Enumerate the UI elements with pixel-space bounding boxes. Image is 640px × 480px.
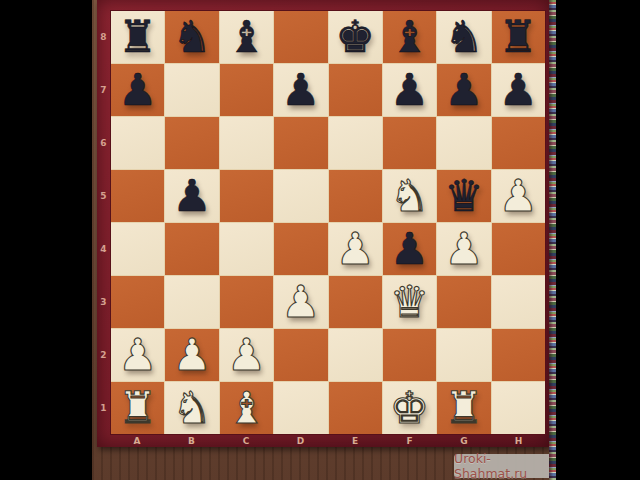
square-f8: ♝ — [383, 11, 436, 63]
square-h1 — [492, 382, 545, 434]
square-h3 — [492, 276, 545, 328]
square-a7: ♟ — [111, 64, 164, 116]
file-label-a: A — [110, 435, 165, 447]
square-d4 — [274, 223, 327, 275]
piece-white-king: ♚ — [390, 386, 429, 430]
piece-black-pawn: ♟ — [390, 68, 429, 112]
square-g6 — [437, 117, 490, 169]
square-g5: ♛ — [437, 170, 490, 222]
square-f3: ♛ — [383, 276, 436, 328]
rank-label-7: 7 — [97, 63, 110, 116]
piece-black-pawn: ♟ — [281, 68, 320, 112]
square-b3 — [165, 276, 218, 328]
watermark: Uroki-Shahmat.ru — [454, 454, 556, 478]
square-d2 — [274, 329, 327, 381]
square-d3: ♟ — [274, 276, 327, 328]
file-label-e: E — [328, 435, 383, 447]
square-f1: ♚ — [383, 382, 436, 434]
square-h8: ♜ — [492, 11, 545, 63]
square-h7: ♟ — [492, 64, 545, 116]
square-c4 — [220, 223, 273, 275]
file-label-b: B — [165, 435, 220, 447]
square-g7: ♟ — [437, 64, 490, 116]
piece-black-pawn: ♟ — [444, 68, 483, 112]
piece-black-pawn: ♟ — [172, 174, 211, 218]
piece-white-knight: ♞ — [390, 174, 429, 218]
square-c8: ♝ — [220, 11, 273, 63]
square-b6 — [165, 117, 218, 169]
square-d6 — [274, 117, 327, 169]
square-e6 — [329, 117, 382, 169]
letterbox-left — [0, 0, 92, 480]
square-a2: ♟ — [111, 329, 164, 381]
square-d7: ♟ — [274, 64, 327, 116]
square-d1 — [274, 382, 327, 434]
letterbox-right — [556, 0, 640, 480]
square-c5 — [220, 170, 273, 222]
square-b7 — [165, 64, 218, 116]
file-label-g: G — [437, 435, 492, 447]
square-h4 — [492, 223, 545, 275]
piece-white-knight: ♞ — [172, 386, 211, 430]
square-c3 — [220, 276, 273, 328]
piece-black-bishop: ♝ — [390, 15, 429, 59]
rank-label-1: 1 — [97, 382, 110, 435]
square-b2: ♟ — [165, 329, 218, 381]
piece-black-queen: ♛ — [444, 174, 483, 218]
square-g2 — [437, 329, 490, 381]
square-f2 — [383, 329, 436, 381]
piece-white-pawn: ♟ — [172, 333, 211, 377]
square-e5 — [329, 170, 382, 222]
square-b4 — [165, 223, 218, 275]
square-e8: ♚ — [329, 11, 382, 63]
square-c7 — [220, 64, 273, 116]
video-noise-strip — [549, 0, 556, 480]
chess-scene: 87654321 ♜♞♝♚♝♞♜♟♟♟♟♟♟♞♛♟♟♟♟♟♛♟♟♟♜♞♝♚♜ A… — [92, 0, 556, 480]
piece-white-rook: ♜ — [118, 386, 157, 430]
piece-white-pawn: ♟ — [335, 227, 374, 271]
piece-white-pawn: ♟ — [499, 174, 538, 218]
piece-black-knight: ♞ — [172, 15, 211, 59]
rank-label-6: 6 — [97, 116, 110, 169]
square-c2: ♟ — [220, 329, 273, 381]
piece-black-rook: ♜ — [118, 15, 157, 59]
square-g1: ♜ — [437, 382, 490, 434]
square-e7 — [329, 64, 382, 116]
piece-black-rook: ♜ — [499, 15, 538, 59]
square-d5 — [274, 170, 327, 222]
square-h2 — [492, 329, 545, 381]
rank-label-2: 2 — [97, 329, 110, 382]
square-a5 — [111, 170, 164, 222]
square-h6 — [492, 117, 545, 169]
file-label-f: F — [383, 435, 438, 447]
piece-black-pawn: ♟ — [118, 68, 157, 112]
square-d8 — [274, 11, 327, 63]
piece-black-knight: ♞ — [444, 15, 483, 59]
square-c1: ♝ — [220, 382, 273, 434]
piece-black-king: ♚ — [335, 15, 374, 59]
square-b5: ♟ — [165, 170, 218, 222]
square-h5: ♟ — [492, 170, 545, 222]
video-frame: 87654321 ♜♞♝♚♝♞♜♟♟♟♟♟♟♞♛♟♟♟♟♟♛♟♟♟♜♞♝♚♜ A… — [0, 0, 640, 480]
square-a8: ♜ — [111, 11, 164, 63]
square-e1 — [329, 382, 382, 434]
rank-label-4: 4 — [97, 223, 110, 276]
square-e2 — [329, 329, 382, 381]
piece-black-pawn: ♟ — [390, 227, 429, 271]
square-g4: ♟ — [437, 223, 490, 275]
file-label-h: H — [492, 435, 547, 447]
square-f4: ♟ — [383, 223, 436, 275]
board-frame: 87654321 ♜♞♝♚♝♞♜♟♟♟♟♟♟♞♛♟♟♟♟♟♛♟♟♟♜♞♝♚♜ A… — [97, 0, 549, 447]
piece-black-pawn: ♟ — [499, 68, 538, 112]
square-f6 — [383, 117, 436, 169]
square-e4: ♟ — [329, 223, 382, 275]
piece-white-queen: ♛ — [390, 280, 429, 324]
square-c6 — [220, 117, 273, 169]
square-f7: ♟ — [383, 64, 436, 116]
square-f5: ♞ — [383, 170, 436, 222]
chess-board: ♜♞♝♚♝♞♜♟♟♟♟♟♟♞♛♟♟♟♟♟♛♟♟♟♜♞♝♚♜ — [110, 10, 546, 435]
piece-white-rook: ♜ — [444, 386, 483, 430]
piece-white-pawn: ♟ — [444, 227, 483, 271]
rank-label-5: 5 — [97, 169, 110, 222]
piece-white-bishop: ♝ — [227, 386, 266, 430]
file-labels: ABCDEFGH — [110, 435, 546, 447]
rank-label-8: 8 — [97, 10, 110, 63]
square-b1: ♞ — [165, 382, 218, 434]
file-label-c: C — [219, 435, 274, 447]
square-e3 — [329, 276, 382, 328]
square-a1: ♜ — [111, 382, 164, 434]
square-a6 — [111, 117, 164, 169]
square-a4 — [111, 223, 164, 275]
rank-labels: 87654321 — [97, 10, 110, 435]
piece-black-bishop: ♝ — [227, 15, 266, 59]
square-g8: ♞ — [437, 11, 490, 63]
piece-white-pawn: ♟ — [227, 333, 266, 377]
square-b8: ♞ — [165, 11, 218, 63]
piece-white-pawn: ♟ — [281, 280, 320, 324]
file-label-d: D — [274, 435, 329, 447]
rank-label-3: 3 — [97, 276, 110, 329]
square-g3 — [437, 276, 490, 328]
square-a3 — [111, 276, 164, 328]
piece-white-pawn: ♟ — [118, 333, 157, 377]
